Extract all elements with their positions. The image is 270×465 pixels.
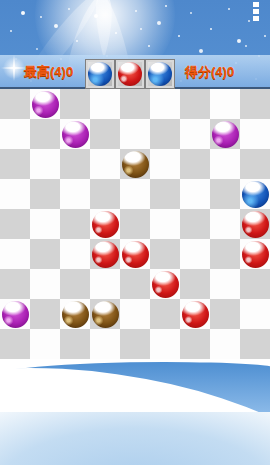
board-cell[interactable] (210, 239, 240, 269)
board-cell[interactable] (180, 149, 210, 179)
board-cell[interactable] (60, 179, 90, 209)
ball-purple[interactable] (62, 121, 89, 148)
board-cell[interactable] (0, 239, 30, 269)
ball-red[interactable] (152, 271, 179, 298)
board-cell[interactable] (120, 239, 150, 269)
board-cell[interactable] (240, 329, 270, 359)
board-cell[interactable] (150, 209, 180, 239)
board-cell[interactable] (90, 329, 120, 359)
board-cell[interactable] (120, 149, 150, 179)
ball-purple[interactable] (212, 121, 239, 148)
board-cell[interactable] (30, 329, 60, 359)
board-cell[interactable] (180, 239, 210, 269)
board-cell[interactable] (30, 149, 60, 179)
board-cell[interactable] (60, 299, 90, 329)
board-cell[interactable] (60, 269, 90, 299)
board-cell[interactable] (180, 329, 210, 359)
board-cell[interactable] (210, 179, 240, 209)
board-cell[interactable] (240, 179, 270, 209)
board-cell[interactable] (120, 299, 150, 329)
board-cell[interactable] (180, 119, 210, 149)
board-cell[interactable] (240, 269, 270, 299)
board-cell[interactable] (240, 89, 270, 119)
board-cell[interactable] (30, 119, 60, 149)
board-cell[interactable] (0, 299, 30, 329)
board-cell[interactable] (240, 149, 270, 179)
preview-cell (85, 59, 115, 89)
board-cell[interactable] (180, 299, 210, 329)
board-cell[interactable] (180, 89, 210, 119)
board-cell[interactable] (90, 179, 120, 209)
board-cell[interactable] (120, 119, 150, 149)
board-cell[interactable] (60, 209, 90, 239)
ball-brown[interactable] (122, 151, 149, 178)
board-cell[interactable] (30, 209, 60, 239)
board-cell[interactable] (30, 239, 60, 269)
board-cell[interactable] (30, 269, 60, 299)
board-cell[interactable] (0, 329, 30, 359)
board-cell[interactable] (30, 89, 60, 119)
ball-red[interactable] (242, 241, 269, 268)
board-cell[interactable] (60, 239, 90, 269)
ball-red[interactable] (92, 241, 119, 268)
ball-purple[interactable] (32, 91, 59, 118)
best-score-label: 最高(4)0 (24, 63, 73, 81)
board-cell[interactable] (90, 149, 120, 179)
board-cell[interactable] (30, 299, 60, 329)
board-cell[interactable] (210, 329, 240, 359)
board-cell[interactable] (30, 179, 60, 209)
board-cell[interactable] (150, 119, 180, 149)
board-cell[interactable] (90, 89, 120, 119)
preview-cell (145, 59, 175, 89)
board-cell[interactable] (120, 209, 150, 239)
ball-red[interactable] (92, 211, 119, 238)
board-cell[interactable] (60, 119, 90, 149)
board-cell[interactable] (150, 269, 180, 299)
game-board[interactable] (0, 89, 270, 359)
sparkle-icon (1, 55, 27, 81)
board-cell[interactable] (180, 209, 210, 239)
ball-blue[interactable] (242, 181, 269, 208)
board-cell[interactable] (240, 239, 270, 269)
ball-purple[interactable] (2, 301, 29, 328)
board-cell[interactable] (90, 119, 120, 149)
board-cell[interactable] (240, 119, 270, 149)
board-cell[interactable] (150, 299, 180, 329)
board-cell[interactable] (90, 269, 120, 299)
ball-red[interactable] (122, 241, 149, 268)
ball-brown[interactable] (62, 301, 89, 328)
board-cell[interactable] (210, 209, 240, 239)
next-ball-blue (148, 62, 172, 86)
board-cell[interactable] (0, 149, 30, 179)
board-cell[interactable] (0, 269, 30, 299)
board-cell[interactable] (120, 179, 150, 209)
next-balls-tray (85, 59, 175, 89)
board-cell[interactable] (60, 329, 90, 359)
board-cell[interactable] (90, 299, 120, 329)
board-cell[interactable] (60, 89, 90, 119)
scene-bottom-tint (0, 412, 270, 465)
board-cell[interactable] (150, 149, 180, 179)
current-score-label: 得分(4)0 (185, 63, 234, 81)
board-cell[interactable] (240, 209, 270, 239)
game-screen: 最高(4)0 得分(4)0 (0, 0, 270, 465)
board-cell[interactable] (180, 179, 210, 209)
board-cell[interactable] (210, 299, 240, 329)
board-cell[interactable] (60, 149, 90, 179)
board-cell[interactable] (180, 269, 210, 299)
menu-dots-icon[interactable] (253, 2, 259, 21)
next-ball-red (118, 62, 142, 86)
ball-brown[interactable] (92, 301, 119, 328)
ball-red[interactable] (182, 301, 209, 328)
board-cell[interactable] (210, 149, 240, 179)
board-cell[interactable] (120, 329, 150, 359)
winter-scene (0, 359, 270, 465)
preview-cell (115, 59, 145, 89)
board-cell[interactable] (150, 239, 180, 269)
snowflakes (0, 0, 2, 2)
board-cell[interactable] (0, 179, 30, 209)
board-cell[interactable] (240, 299, 270, 329)
board-cell[interactable] (150, 329, 180, 359)
next-ball-blue (88, 62, 112, 86)
board-cell[interactable] (90, 209, 120, 239)
board-cell[interactable] (150, 89, 180, 119)
board-cell[interactable] (210, 269, 240, 299)
header-bar: 最高(4)0 得分(4)0 (0, 55, 270, 89)
board-cell[interactable] (150, 179, 180, 209)
board-cell[interactable] (0, 89, 30, 119)
ball-red[interactable] (242, 211, 269, 238)
board-cell[interactable] (90, 239, 120, 269)
board-cell[interactable] (120, 89, 150, 119)
board-cell[interactable] (0, 209, 30, 239)
board-cell[interactable] (0, 119, 30, 149)
board-cell[interactable] (210, 119, 240, 149)
board-cell[interactable] (120, 269, 150, 299)
board-cell[interactable] (210, 89, 240, 119)
